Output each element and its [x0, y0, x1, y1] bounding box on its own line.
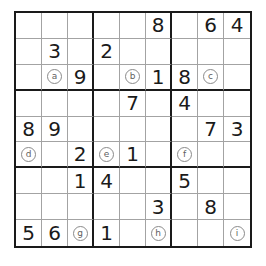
given-digit: 1 — [100, 223, 113, 243]
cell-r2c9[interactable] — [224, 39, 250, 65]
cell-r6c9[interactable] — [224, 142, 250, 168]
cell-r4c9[interactable] — [224, 91, 250, 117]
cell-r2c5[interactable] — [120, 39, 146, 65]
cell-r1c3[interactable] — [68, 13, 94, 39]
cell-r2c6[interactable] — [146, 39, 172, 65]
cell-r3c3: 9 — [68, 65, 94, 91]
given-digit: 5 — [178, 171, 191, 191]
cell-r5c7[interactable] — [172, 117, 198, 143]
cell-r4c8[interactable] — [198, 91, 224, 117]
given-digit: 8 — [22, 119, 35, 139]
given-digit: 8 — [152, 15, 165, 35]
given-digit: 9 — [74, 67, 87, 87]
cell-r2c7[interactable] — [172, 39, 198, 65]
cell-r9c1: 5 — [16, 220, 42, 246]
cell-r7c3: 1 — [68, 168, 94, 194]
cell-r2c1[interactable] — [16, 39, 42, 65]
cell-r3c4[interactable] — [94, 65, 120, 91]
cell-r9c3[interactable]: g — [68, 220, 94, 246]
cell-r9c5[interactable] — [120, 220, 146, 246]
cell-r2c4: 2 — [94, 39, 120, 65]
cell-r2c8[interactable] — [198, 39, 224, 65]
cell-r5c5[interactable] — [120, 117, 146, 143]
cell-r4c4[interactable] — [94, 91, 120, 117]
cell-r6c1[interactable]: d — [16, 142, 42, 168]
cell-r5c4[interactable] — [94, 117, 120, 143]
given-digit: 6 — [204, 15, 217, 35]
cell-r6c2[interactable] — [42, 142, 68, 168]
cell-r8c8: 8 — [198, 194, 224, 220]
cell-r8c9[interactable] — [224, 194, 250, 220]
cell-r4c5: 7 — [120, 91, 146, 117]
circled-letter-d: d — [21, 147, 36, 162]
cell-r3c6: 1 — [146, 65, 172, 91]
given-digit: 8 — [178, 67, 191, 87]
given-digit: 1 — [126, 144, 139, 164]
given-digit: 4 — [178, 93, 191, 113]
given-digit: 9 — [48, 119, 61, 139]
cell-r4c2[interactable] — [42, 91, 68, 117]
given-digit: 3 — [152, 197, 165, 217]
cell-r9c6[interactable]: h — [146, 220, 172, 246]
cell-r6c5: 1 — [120, 142, 146, 168]
cell-r8c5[interactable] — [120, 194, 146, 220]
cell-r9c8[interactable] — [198, 220, 224, 246]
sudoku-board: 86432a9b18c748973d2e1f1453856g1hi — [14, 11, 252, 248]
cell-r1c5[interactable] — [120, 13, 146, 39]
cell-r8c1[interactable] — [16, 194, 42, 220]
cell-r6c4[interactable]: e — [94, 142, 120, 168]
cell-r6c7[interactable]: f — [172, 142, 198, 168]
circled-letter-f: f — [177, 147, 192, 162]
given-digit: 2 — [74, 144, 87, 164]
cell-r8c3[interactable] — [68, 194, 94, 220]
cell-r7c6[interactable] — [146, 168, 172, 194]
cell-r7c1[interactable] — [16, 168, 42, 194]
cell-r3c9[interactable] — [224, 65, 250, 91]
cell-r8c6: 3 — [146, 194, 172, 220]
given-digit: 3 — [48, 41, 61, 61]
cell-r3c7: 8 — [172, 65, 198, 91]
cell-r5c1: 8 — [16, 117, 42, 143]
given-digit: 1 — [152, 67, 165, 87]
cell-r6c6[interactable] — [146, 142, 172, 168]
cell-r9c2: 6 — [42, 220, 68, 246]
given-digit: 7 — [126, 93, 139, 113]
cell-r7c5[interactable] — [120, 168, 146, 194]
circled-letter-c: c — [203, 69, 218, 84]
given-digit: 8 — [204, 197, 217, 217]
cell-r1c4[interactable] — [94, 13, 120, 39]
cell-r7c9[interactable] — [224, 168, 250, 194]
given-digit: 4 — [100, 171, 113, 191]
given-digit: 7 — [204, 119, 217, 139]
cell-r9c4: 1 — [94, 220, 120, 246]
cell-r1c7[interactable] — [172, 13, 198, 39]
given-digit: 6 — [48, 223, 61, 243]
circled-letter-g: g — [73, 226, 88, 241]
given-digit: 4 — [231, 15, 244, 35]
cell-r5c3[interactable] — [68, 117, 94, 143]
cell-r7c8[interactable] — [198, 168, 224, 194]
cell-r5c8: 7 — [198, 117, 224, 143]
cell-r7c4: 4 — [94, 168, 120, 194]
cell-r2c3[interactable] — [68, 39, 94, 65]
circled-letter-i: i — [230, 226, 245, 241]
cell-r8c7[interactable] — [172, 194, 198, 220]
cell-r3c2[interactable]: a — [42, 65, 68, 91]
cell-r1c6: 8 — [146, 13, 172, 39]
cell-r5c2: 9 — [42, 117, 68, 143]
circled-letter-b: b — [125, 69, 140, 84]
cell-r7c7: 5 — [172, 168, 198, 194]
cell-r3c8[interactable]: c — [198, 65, 224, 91]
cell-r1c2[interactable] — [42, 13, 68, 39]
given-digit: 2 — [100, 41, 113, 61]
cell-r1c9: 4 — [224, 13, 250, 39]
cell-r9c7[interactable] — [172, 220, 198, 246]
cell-r4c1[interactable] — [16, 91, 42, 117]
cell-r9c9[interactable]: i — [224, 220, 250, 246]
cell-r8c4[interactable] — [94, 194, 120, 220]
cell-r6c8[interactable] — [198, 142, 224, 168]
circled-letter-h: h — [151, 226, 166, 241]
cell-r3c1[interactable] — [16, 65, 42, 91]
cell-r4c3[interactable] — [68, 91, 94, 117]
circled-letter-e: e — [99, 147, 114, 162]
cell-r2c2: 3 — [42, 39, 68, 65]
cell-r5c9: 3 — [224, 117, 250, 143]
cell-r6c3: 2 — [68, 142, 94, 168]
cell-r1c8: 6 — [198, 13, 224, 39]
cell-r4c6[interactable] — [146, 91, 172, 117]
given-digit: 3 — [231, 119, 244, 139]
circled-letter-a: a — [47, 69, 62, 84]
given-digit: 1 — [74, 171, 87, 191]
cell-r4c7: 4 — [172, 91, 198, 117]
cell-r8c2[interactable] — [42, 194, 68, 220]
cell-r5c6[interactable] — [146, 117, 172, 143]
cell-r1c1[interactable] — [16, 13, 42, 39]
cell-r3c5[interactable]: b — [120, 65, 146, 91]
cell-r7c2[interactable] — [42, 168, 68, 194]
given-digit: 5 — [22, 223, 35, 243]
